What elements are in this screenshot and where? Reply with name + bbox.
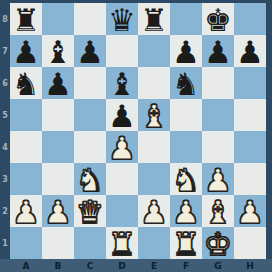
rank-label-8: 8 bbox=[0, 3, 10, 35]
square-f4[interactable] bbox=[170, 131, 202, 163]
piece-white-pawn: ♟ bbox=[108, 131, 136, 164]
square-a6[interactable]: ♞ bbox=[10, 67, 42, 99]
piece-white-bishop: ♝ bbox=[140, 99, 168, 132]
rank-label-1: 1 bbox=[0, 227, 10, 259]
square-g3[interactable]: ♟ bbox=[202, 163, 234, 195]
piece-white-pawn: ♟ bbox=[172, 195, 200, 228]
square-h5[interactable] bbox=[234, 99, 266, 131]
square-b8[interactable] bbox=[42, 3, 74, 35]
piece-black-bishop: ♝ bbox=[108, 67, 136, 100]
square-c2[interactable]: ♛ bbox=[74, 195, 106, 227]
square-g8[interactable]: ♚ bbox=[202, 3, 234, 35]
piece-white-queen: ♛ bbox=[76, 195, 104, 228]
square-d3[interactable] bbox=[106, 163, 138, 195]
square-e3[interactable] bbox=[138, 163, 170, 195]
square-e2[interactable]: ♟ bbox=[138, 195, 170, 227]
piece-black-pawn: ♟ bbox=[44, 67, 72, 100]
rank-label-3: 3 bbox=[0, 163, 10, 195]
square-c7[interactable]: ♟ bbox=[74, 35, 106, 67]
square-g7[interactable]: ♟ bbox=[202, 35, 234, 67]
file-label-h: H bbox=[234, 259, 266, 272]
square-c3[interactable]: ♞ bbox=[74, 163, 106, 195]
piece-black-king: ♚ bbox=[204, 3, 232, 36]
piece-black-bishop: ♝ bbox=[44, 35, 72, 68]
square-e7[interactable] bbox=[138, 35, 170, 67]
square-d7[interactable] bbox=[106, 35, 138, 67]
piece-black-pawn: ♟ bbox=[172, 35, 200, 68]
square-h8[interactable] bbox=[234, 3, 266, 35]
square-f6[interactable]: ♞ bbox=[170, 67, 202, 99]
piece-white-pawn: ♟ bbox=[140, 195, 168, 228]
piece-white-pawn: ♟ bbox=[204, 163, 232, 196]
file-labels: ABCDEFGH bbox=[10, 259, 266, 272]
square-e5[interactable]: ♝ bbox=[138, 99, 170, 131]
square-h6[interactable] bbox=[234, 67, 266, 99]
file-label-f: F bbox=[170, 259, 202, 272]
piece-white-king: ♚ bbox=[204, 227, 232, 260]
square-a4[interactable] bbox=[10, 131, 42, 163]
square-b4[interactable] bbox=[42, 131, 74, 163]
piece-black-knight: ♞ bbox=[172, 67, 200, 100]
piece-black-pawn: ♟ bbox=[12, 35, 40, 68]
square-h3[interactable] bbox=[234, 163, 266, 195]
file-label-b: B bbox=[42, 259, 74, 272]
chess-board: ♜♛♜♚♟♝♟♟♟♟♞♟♝♞♟♝♟♞♞♟♟♟♛♟♟♝♟♜♜♚ bbox=[10, 3, 266, 259]
piece-black-queen: ♛ bbox=[108, 3, 136, 36]
piece-black-rook: ♜ bbox=[12, 3, 40, 36]
square-b5[interactable] bbox=[42, 99, 74, 131]
piece-black-rook: ♜ bbox=[140, 3, 168, 36]
piece-white-pawn: ♟ bbox=[236, 195, 264, 228]
chess-board-frame: 87654321 ♜♛♜♚♟♝♟♟♟♟♞♟♝♞♟♝♟♞♞♟♟♟♛♟♟♝♟♜♜♚ … bbox=[0, 0, 272, 272]
square-c8[interactable] bbox=[74, 3, 106, 35]
square-d6[interactable]: ♝ bbox=[106, 67, 138, 99]
rank-label-5: 5 bbox=[0, 99, 10, 131]
square-e6[interactable] bbox=[138, 67, 170, 99]
file-label-g: G bbox=[202, 259, 234, 272]
rank-labels: 87654321 bbox=[0, 3, 10, 259]
square-c5[interactable] bbox=[74, 99, 106, 131]
piece-white-rook: ♜ bbox=[108, 227, 136, 260]
piece-black-pawn: ♟ bbox=[204, 35, 232, 68]
square-g1[interactable]: ♚ bbox=[202, 227, 234, 259]
square-b1[interactable] bbox=[42, 227, 74, 259]
square-a3[interactable] bbox=[10, 163, 42, 195]
file-label-c: C bbox=[74, 259, 106, 272]
square-a7[interactable]: ♟ bbox=[10, 35, 42, 67]
square-d5[interactable]: ♟ bbox=[106, 99, 138, 131]
square-f7[interactable]: ♟ bbox=[170, 35, 202, 67]
rank-label-4: 4 bbox=[0, 131, 10, 163]
rank-label-6: 6 bbox=[0, 67, 10, 99]
square-b7[interactable]: ♝ bbox=[42, 35, 74, 67]
bottom-strip: ABCDEFGH bbox=[0, 259, 272, 272]
square-d4[interactable]: ♟ bbox=[106, 131, 138, 163]
piece-black-pawn: ♟ bbox=[236, 35, 264, 68]
piece-white-rook: ♜ bbox=[172, 227, 200, 260]
piece-white-knight: ♞ bbox=[172, 163, 200, 196]
piece-white-knight: ♞ bbox=[76, 163, 104, 196]
file-label-d: D bbox=[106, 259, 138, 272]
square-b2[interactable]: ♟ bbox=[42, 195, 74, 227]
square-h4[interactable] bbox=[234, 131, 266, 163]
square-d2[interactable] bbox=[106, 195, 138, 227]
square-d8[interactable]: ♛ bbox=[106, 3, 138, 35]
square-a2[interactable]: ♟ bbox=[10, 195, 42, 227]
square-c6[interactable] bbox=[74, 67, 106, 99]
square-f5[interactable] bbox=[170, 99, 202, 131]
square-d1[interactable]: ♜ bbox=[106, 227, 138, 259]
square-f2[interactable]: ♟ bbox=[170, 195, 202, 227]
square-f8[interactable] bbox=[170, 3, 202, 35]
square-a1[interactable] bbox=[10, 227, 42, 259]
square-e1[interactable] bbox=[138, 227, 170, 259]
square-a8[interactable]: ♜ bbox=[10, 3, 42, 35]
square-e8[interactable]: ♜ bbox=[138, 3, 170, 35]
piece-white-pawn: ♟ bbox=[12, 195, 40, 228]
square-a5[interactable] bbox=[10, 99, 42, 131]
square-e4[interactable] bbox=[138, 131, 170, 163]
square-g2[interactable]: ♝ bbox=[202, 195, 234, 227]
square-g5[interactable] bbox=[202, 99, 234, 131]
piece-white-pawn: ♟ bbox=[44, 195, 72, 228]
rank-label-7: 7 bbox=[0, 35, 10, 67]
piece-black-pawn: ♟ bbox=[108, 99, 136, 132]
piece-black-pawn: ♟ bbox=[76, 35, 104, 68]
file-label-e: E bbox=[138, 259, 170, 272]
square-h2[interactable]: ♟ bbox=[234, 195, 266, 227]
square-h1[interactable] bbox=[234, 227, 266, 259]
square-c1[interactable] bbox=[74, 227, 106, 259]
square-b3[interactable] bbox=[42, 163, 74, 195]
piece-white-bishop: ♝ bbox=[204, 195, 232, 228]
file-label-a: A bbox=[10, 259, 42, 272]
piece-black-knight: ♞ bbox=[12, 67, 40, 100]
square-f1[interactable]: ♜ bbox=[170, 227, 202, 259]
square-g4[interactable] bbox=[202, 131, 234, 163]
square-c4[interactable] bbox=[74, 131, 106, 163]
square-h7[interactable]: ♟ bbox=[234, 35, 266, 67]
square-g6[interactable] bbox=[202, 67, 234, 99]
rank-label-2: 2 bbox=[0, 195, 10, 227]
square-f3[interactable]: ♞ bbox=[170, 163, 202, 195]
square-b6[interactable]: ♟ bbox=[42, 67, 74, 99]
